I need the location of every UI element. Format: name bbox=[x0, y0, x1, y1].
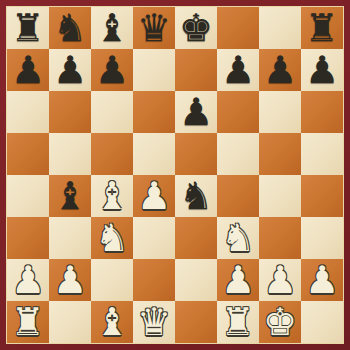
square-g7[interactable]: ♟ bbox=[259, 49, 301, 91]
square-g5[interactable] bbox=[259, 133, 301, 175]
square-f8[interactable] bbox=[217, 7, 259, 49]
square-e2[interactable] bbox=[175, 259, 217, 301]
white-knight-f3[interactable]: ♞ bbox=[221, 217, 255, 259]
square-g3[interactable] bbox=[259, 217, 301, 259]
square-d7[interactable] bbox=[133, 49, 175, 91]
square-a6[interactable] bbox=[7, 91, 49, 133]
square-d1[interactable]: ♛ bbox=[133, 301, 175, 343]
black-pawn-a7[interactable]: ♟ bbox=[11, 49, 45, 91]
square-e1[interactable] bbox=[175, 301, 217, 343]
square-h3[interactable] bbox=[301, 217, 343, 259]
black-pawn-h7[interactable]: ♟ bbox=[305, 49, 339, 91]
square-a2[interactable]: ♟ bbox=[7, 259, 49, 301]
square-d4[interactable]: ♟ bbox=[133, 175, 175, 217]
black-pawn-g7[interactable]: ♟ bbox=[263, 49, 297, 91]
square-c7[interactable]: ♟ bbox=[91, 49, 133, 91]
square-h5[interactable] bbox=[301, 133, 343, 175]
white-pawn-d4[interactable]: ♟ bbox=[137, 175, 171, 217]
square-c6[interactable] bbox=[91, 91, 133, 133]
square-f7[interactable]: ♟ bbox=[217, 49, 259, 91]
white-pawn-f2[interactable]: ♟ bbox=[221, 259, 255, 301]
black-knight-b8[interactable]: ♞ bbox=[53, 7, 87, 49]
square-a4[interactable] bbox=[7, 175, 49, 217]
black-bishop-b4[interactable]: ♝ bbox=[53, 175, 87, 217]
square-b5[interactable] bbox=[49, 133, 91, 175]
square-g1[interactable]: ♚ bbox=[259, 301, 301, 343]
square-f3[interactable]: ♞ bbox=[217, 217, 259, 259]
square-g6[interactable] bbox=[259, 91, 301, 133]
square-e3[interactable] bbox=[175, 217, 217, 259]
square-g8[interactable] bbox=[259, 7, 301, 49]
square-a1[interactable]: ♜ bbox=[7, 301, 49, 343]
black-king-e8[interactable]: ♚ bbox=[179, 7, 213, 49]
square-f2[interactable]: ♟ bbox=[217, 259, 259, 301]
square-d5[interactable] bbox=[133, 133, 175, 175]
square-e6[interactable]: ♟ bbox=[175, 91, 217, 133]
white-pawn-h2[interactable]: ♟ bbox=[305, 259, 339, 301]
board-frame: ♜♞♝♛♚♜♟♟♟♟♟♟♟♝♝♟♞♞♞♟♟♟♟♟♜♝♛♜♚ bbox=[0, 0, 350, 350]
white-queen-d1[interactable]: ♛ bbox=[137, 301, 171, 343]
square-c5[interactable] bbox=[91, 133, 133, 175]
square-c2[interactable] bbox=[91, 259, 133, 301]
square-f5[interactable] bbox=[217, 133, 259, 175]
black-pawn-e6[interactable]: ♟ bbox=[179, 91, 213, 133]
square-c3[interactable]: ♞ bbox=[91, 217, 133, 259]
square-b3[interactable] bbox=[49, 217, 91, 259]
square-e8[interactable]: ♚ bbox=[175, 7, 217, 49]
square-h2[interactable]: ♟ bbox=[301, 259, 343, 301]
square-a7[interactable]: ♟ bbox=[7, 49, 49, 91]
square-e5[interactable] bbox=[175, 133, 217, 175]
square-b6[interactable] bbox=[49, 91, 91, 133]
white-pawn-b2[interactable]: ♟ bbox=[53, 259, 87, 301]
black-rook-a8[interactable]: ♜ bbox=[11, 7, 45, 49]
black-pawn-c7[interactable]: ♟ bbox=[95, 49, 129, 91]
square-e7[interactable] bbox=[175, 49, 217, 91]
white-bishop-c4[interactable]: ♝ bbox=[95, 175, 129, 217]
square-h1[interactable] bbox=[301, 301, 343, 343]
square-h8[interactable]: ♜ bbox=[301, 7, 343, 49]
square-b2[interactable]: ♟ bbox=[49, 259, 91, 301]
white-king-g1[interactable]: ♚ bbox=[263, 301, 297, 343]
square-g4[interactable] bbox=[259, 175, 301, 217]
square-a3[interactable] bbox=[7, 217, 49, 259]
square-b8[interactable]: ♞ bbox=[49, 7, 91, 49]
black-pawn-f7[interactable]: ♟ bbox=[221, 49, 255, 91]
square-b7[interactable]: ♟ bbox=[49, 49, 91, 91]
square-b1[interactable] bbox=[49, 301, 91, 343]
white-rook-f1[interactable]: ♜ bbox=[221, 301, 255, 343]
white-rook-a1[interactable]: ♜ bbox=[11, 301, 45, 343]
white-knight-c3[interactable]: ♞ bbox=[95, 217, 129, 259]
square-d6[interactable] bbox=[133, 91, 175, 133]
black-bishop-c8[interactable]: ♝ bbox=[95, 7, 129, 49]
square-a8[interactable]: ♜ bbox=[7, 7, 49, 49]
white-bishop-c1[interactable]: ♝ bbox=[95, 301, 129, 343]
square-d2[interactable] bbox=[133, 259, 175, 301]
white-pawn-g2[interactable]: ♟ bbox=[263, 259, 297, 301]
square-c8[interactable]: ♝ bbox=[91, 7, 133, 49]
square-a5[interactable] bbox=[7, 133, 49, 175]
black-queen-d8[interactable]: ♛ bbox=[137, 7, 171, 49]
square-h4[interactable] bbox=[301, 175, 343, 217]
chess-board: ♜♞♝♛♚♜♟♟♟♟♟♟♟♝♝♟♞♞♞♟♟♟♟♟♜♝♛♜♚ bbox=[7, 7, 343, 343]
white-pawn-a2[interactable]: ♟ bbox=[11, 259, 45, 301]
square-c4[interactable]: ♝ bbox=[91, 175, 133, 217]
square-h6[interactable] bbox=[301, 91, 343, 133]
square-d8[interactable]: ♛ bbox=[133, 7, 175, 49]
black-pawn-b7[interactable]: ♟ bbox=[53, 49, 87, 91]
square-d3[interactable] bbox=[133, 217, 175, 259]
black-knight-e4[interactable]: ♞ bbox=[179, 175, 213, 217]
square-h7[interactable]: ♟ bbox=[301, 49, 343, 91]
square-g2[interactable]: ♟ bbox=[259, 259, 301, 301]
square-f6[interactable] bbox=[217, 91, 259, 133]
square-c1[interactable]: ♝ bbox=[91, 301, 133, 343]
square-b4[interactable]: ♝ bbox=[49, 175, 91, 217]
square-e4[interactable]: ♞ bbox=[175, 175, 217, 217]
square-f4[interactable] bbox=[217, 175, 259, 217]
black-rook-h8[interactable]: ♜ bbox=[305, 7, 339, 49]
square-f1[interactable]: ♜ bbox=[217, 301, 259, 343]
